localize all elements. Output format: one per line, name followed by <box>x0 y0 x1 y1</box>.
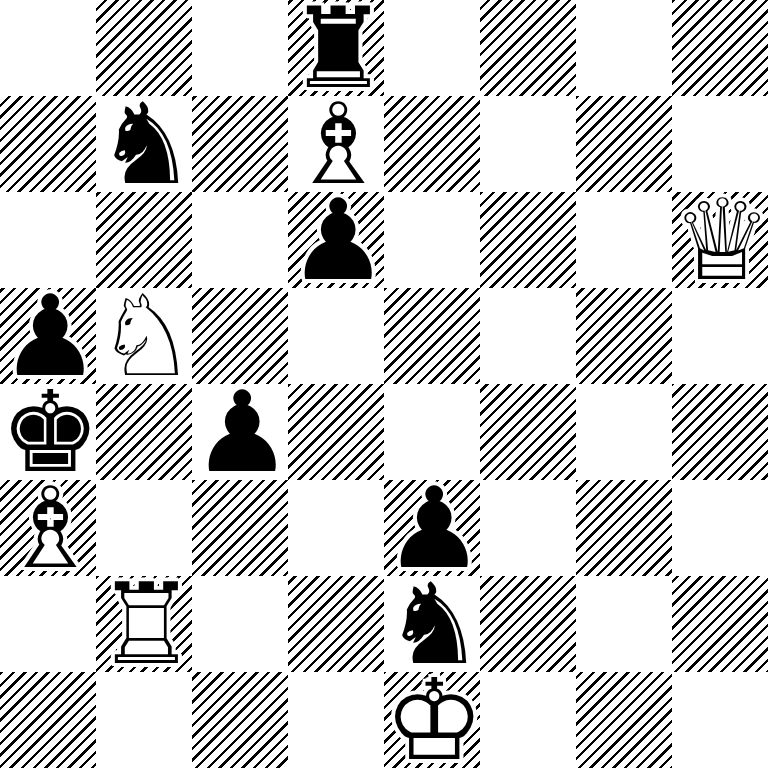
square-f3[interactable] <box>480 480 576 576</box>
square-h8[interactable] <box>672 0 768 96</box>
square-h3[interactable] <box>672 480 768 576</box>
square-e8[interactable] <box>384 0 480 96</box>
white-knight-icon: ♘ <box>96 288 196 384</box>
square-f6[interactable] <box>480 192 576 288</box>
square-c4[interactable]: ♟♟ <box>192 384 288 480</box>
white-queen-icon: ♕ <box>672 192 768 288</box>
square-f2[interactable] <box>480 576 576 672</box>
chess-board: ♜♜♞♞♝♗♟♟♛♕♟♟♞♘♚♚♟♟♝♗♟♟♜♖♞♞♚♔ <box>0 0 768 768</box>
white-knight-b5[interactable]: ♞♘ <box>96 288 192 384</box>
square-f8[interactable] <box>480 0 576 96</box>
black-pawn-c4[interactable]: ♟♟ <box>192 384 288 480</box>
black-pawn-icon: ♟ <box>192 384 292 480</box>
square-b7[interactable]: ♞♞ <box>96 96 192 192</box>
white-king-icon: ♔ <box>384 672 484 768</box>
white-rook-b2[interactable]: ♜♖ <box>96 576 192 672</box>
square-b2[interactable]: ♜♖ <box>96 576 192 672</box>
black-knight-icon: ♞ <box>96 96 196 192</box>
square-a1[interactable] <box>0 672 96 768</box>
square-c7[interactable] <box>192 96 288 192</box>
square-c3[interactable] <box>192 480 288 576</box>
square-f5[interactable] <box>480 288 576 384</box>
square-g5[interactable] <box>576 288 672 384</box>
square-e5[interactable] <box>384 288 480 384</box>
square-b5[interactable]: ♞♘ <box>96 288 192 384</box>
white-rook-icon: ♖ <box>96 576 196 672</box>
square-h6[interactable]: ♛♕ <box>672 192 768 288</box>
white-bishop-a3[interactable]: ♝♗ <box>0 480 96 576</box>
square-a8[interactable] <box>0 0 96 96</box>
square-f7[interactable] <box>480 96 576 192</box>
square-h4[interactable] <box>672 384 768 480</box>
square-c6[interactable] <box>192 192 288 288</box>
square-b1[interactable] <box>96 672 192 768</box>
square-d3[interactable] <box>288 480 384 576</box>
square-c8[interactable] <box>192 0 288 96</box>
white-king-e1[interactable]: ♚♔ <box>384 672 480 768</box>
black-pawn-icon: ♟ <box>288 192 388 288</box>
square-f4[interactable] <box>480 384 576 480</box>
black-knight-b7[interactable]: ♞♞ <box>96 96 192 192</box>
square-e1[interactable]: ♚♔ <box>384 672 480 768</box>
square-g3[interactable] <box>576 480 672 576</box>
square-a7[interactable] <box>0 96 96 192</box>
square-c2[interactable] <box>192 576 288 672</box>
square-g8[interactable] <box>576 0 672 96</box>
square-a2[interactable] <box>0 576 96 672</box>
square-h1[interactable] <box>672 672 768 768</box>
square-h5[interactable] <box>672 288 768 384</box>
square-g6[interactable] <box>576 192 672 288</box>
white-queen-h6[interactable]: ♛♕ <box>672 192 768 288</box>
square-d6[interactable]: ♟♟ <box>288 192 384 288</box>
square-d5[interactable] <box>288 288 384 384</box>
square-g7[interactable] <box>576 96 672 192</box>
square-d2[interactable] <box>288 576 384 672</box>
square-g2[interactable] <box>576 576 672 672</box>
square-g1[interactable] <box>576 672 672 768</box>
square-e6[interactable] <box>384 192 480 288</box>
square-f1[interactable] <box>480 672 576 768</box>
square-e7[interactable] <box>384 96 480 192</box>
square-a3[interactable]: ♝♗ <box>0 480 96 576</box>
white-bishop-icon: ♗ <box>0 480 100 576</box>
black-pawn-d6[interactable]: ♟♟ <box>288 192 384 288</box>
square-h2[interactable] <box>672 576 768 672</box>
square-d4[interactable] <box>288 384 384 480</box>
square-c1[interactable] <box>192 672 288 768</box>
square-d1[interactable] <box>288 672 384 768</box>
square-g4[interactable] <box>576 384 672 480</box>
square-b4[interactable] <box>96 384 192 480</box>
